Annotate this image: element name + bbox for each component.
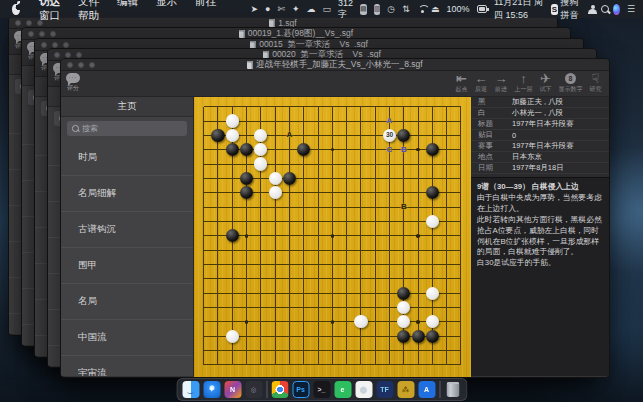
board-cell[interactable] [382, 343, 396, 357]
dock-app-store-icon[interactable]: A [418, 381, 435, 398]
board-cell[interactable] [425, 329, 439, 343]
board-cell[interactable] [311, 358, 325, 372]
board-cell[interactable] [325, 343, 339, 357]
close-button[interactable] [15, 20, 21, 26]
board-cell[interactable] [311, 143, 325, 157]
board-cell[interactable] [397, 157, 411, 171]
commentary-panel[interactable]: 9谱（30—39） 白棋侵入上边由于白棋中央成为厚势，当然要考虑在上边打入。此时… [471, 177, 609, 376]
board-cell[interactable] [311, 343, 325, 357]
board-cell[interactable] [311, 171, 325, 185]
board-cell[interactable] [211, 315, 225, 329]
board-cell[interactable] [311, 272, 325, 286]
board-cell[interactable] [368, 100, 382, 114]
cloud-icon[interactable]: ☁ [306, 5, 315, 14]
board-cell[interactable] [440, 171, 454, 185]
board-cell[interactable] [297, 157, 311, 171]
board-cell[interactable] [254, 300, 268, 314]
board-cell[interactable] [440, 229, 454, 243]
board-cell[interactable] [440, 214, 454, 228]
board-cell[interactable] [425, 100, 439, 114]
board-cell[interactable] [297, 143, 311, 157]
board-cell[interactable] [454, 171, 468, 185]
board-cell[interactable] [325, 229, 339, 243]
board-cell[interactable] [397, 128, 411, 142]
board-cell[interactable]: C [382, 143, 396, 157]
minimize-button[interactable] [52, 42, 58, 48]
board-cell[interactable] [397, 343, 411, 357]
board-cell[interactable] [397, 272, 411, 286]
dock-safari-icon[interactable]: ✦ [203, 381, 220, 398]
board-cell[interactable] [254, 200, 268, 214]
board-cell[interactable] [397, 214, 411, 228]
board-cell[interactable] [297, 200, 311, 214]
board-cell[interactable] [282, 157, 296, 171]
board-cell[interactable] [339, 343, 353, 357]
zoom-button[interactable] [89, 62, 95, 68]
minimize-button[interactable] [39, 31, 45, 37]
board-cell[interactable] [197, 100, 211, 114]
board-cell[interactable] [268, 315, 282, 329]
board-cell[interactable] [225, 186, 239, 200]
board-cell[interactable] [225, 229, 239, 243]
board-cell[interactable] [254, 171, 268, 185]
board-cell[interactable] [440, 157, 454, 171]
board-cell[interactable] [382, 358, 396, 372]
board-cell[interactable] [268, 100, 282, 114]
board-cell[interactable] [311, 229, 325, 243]
board-cell[interactable] [397, 186, 411, 200]
board-cell[interactable] [297, 229, 311, 243]
board-cell[interactable] [254, 229, 268, 243]
board-cell[interactable] [425, 157, 439, 171]
board-cell[interactable] [397, 171, 411, 185]
board-cell[interactable] [197, 229, 211, 243]
board-cell[interactable] [411, 114, 425, 128]
board-cell[interactable] [339, 243, 353, 257]
board-cell[interactable] [268, 128, 282, 142]
board-cell[interactable] [354, 257, 368, 271]
board-cell[interactable]: B [397, 200, 411, 214]
board-cell[interactable] [297, 114, 311, 128]
board-cell[interactable] [411, 186, 425, 200]
board-cell[interactable] [211, 186, 225, 200]
board-cell[interactable] [339, 315, 353, 329]
dock-terminal-icon[interactable]: >_ [313, 381, 330, 398]
board-cell[interactable] [425, 186, 439, 200]
board-cell[interactable] [368, 157, 382, 171]
board-cell[interactable] [440, 100, 454, 114]
board-cell[interactable] [225, 100, 239, 114]
board-cell[interactable] [311, 157, 325, 171]
board-cell[interactable] [197, 300, 211, 314]
board-cell[interactable] [354, 200, 368, 214]
board-cell[interactable] [282, 143, 296, 157]
board-cell[interactable] [368, 315, 382, 329]
board-cell[interactable] [268, 157, 282, 171]
board-cell[interactable] [354, 114, 368, 128]
board-cell[interactable] [454, 128, 468, 142]
board-cell[interactable] [397, 243, 411, 257]
board-cell[interactable] [411, 343, 425, 357]
board-cell[interactable] [354, 229, 368, 243]
scissors-icon[interactable]: ✄ [277, 5, 285, 14]
board-cell[interactable] [282, 100, 296, 114]
board-cell[interactable] [268, 358, 282, 372]
board-cell[interactable] [440, 114, 454, 128]
board-cell[interactable] [325, 157, 339, 171]
board-cell[interactable] [382, 200, 396, 214]
board-cell[interactable] [239, 128, 253, 142]
dock-navicat-icon[interactable]: N [224, 381, 241, 398]
board-cell[interactable] [325, 100, 339, 114]
board-cell[interactable] [440, 272, 454, 286]
board-cell[interactable] [311, 128, 325, 142]
board-cell[interactable] [211, 143, 225, 157]
board-cell[interactable] [354, 214, 368, 228]
board-cell[interactable] [325, 114, 339, 128]
board-cell[interactable] [411, 171, 425, 185]
board-cell[interactable] [454, 358, 468, 372]
dock-evernote-icon[interactable]: e [334, 381, 351, 398]
board-cell[interactable] [197, 186, 211, 200]
board-cell[interactable] [311, 114, 325, 128]
board-cell[interactable] [268, 186, 282, 200]
dock-trash-icon[interactable] [444, 381, 461, 398]
board-cell[interactable] [411, 257, 425, 271]
board-cell[interactable] [239, 214, 253, 228]
board-cell[interactable]: A [282, 128, 296, 142]
board-cell[interactable] [325, 143, 339, 157]
board-cell[interactable] [268, 171, 282, 185]
nav-起点[interactable]: ⇤ 起点 [452, 71, 471, 94]
board-cell[interactable] [282, 257, 296, 271]
board-cell[interactable] [339, 186, 353, 200]
board-cell[interactable] [297, 257, 311, 271]
board-cell[interactable] [425, 143, 439, 157]
board-cell[interactable] [211, 214, 225, 228]
dock-share-app-icon[interactable]: ⁂ [397, 381, 414, 398]
board-cell[interactable] [354, 343, 368, 357]
board-cell[interactable] [354, 171, 368, 185]
board-cell[interactable] [425, 229, 439, 243]
board-cell[interactable] [325, 272, 339, 286]
dot-icon[interactable]: ● [265, 5, 270, 14]
board-cell[interactable] [397, 315, 411, 329]
board-cell[interactable] [339, 272, 353, 286]
board-cell[interactable] [268, 243, 282, 257]
board-cell[interactable] [211, 243, 225, 257]
nav-前进[interactable]: → 前进 [491, 71, 511, 94]
board-cell[interactable] [425, 272, 439, 286]
board-cell[interactable] [440, 300, 454, 314]
zoom-button[interactable] [50, 31, 56, 37]
board-cell[interactable] [411, 200, 425, 214]
board-cell[interactable] [425, 257, 439, 271]
board-cell[interactable] [382, 329, 396, 343]
board-cell[interactable] [382, 272, 396, 286]
board-cell[interactable] [225, 315, 239, 329]
sidebar-item[interactable]: 宇宙流 [61, 356, 193, 376]
board-cell[interactable] [211, 171, 225, 185]
board-cell[interactable] [339, 329, 353, 343]
board-cell[interactable] [339, 358, 353, 372]
board-cell[interactable] [454, 243, 468, 257]
board-cell[interactable] [440, 315, 454, 329]
board-cell[interactable] [425, 300, 439, 314]
title-bar[interactable]: 迎战年轻棋手_加藤正夫_Vs_小林光一_8.sgf [61, 59, 609, 71]
sidebar-item[interactable]: 时局 [61, 140, 193, 176]
board-cell[interactable] [425, 358, 439, 372]
board-cell[interactable] [354, 186, 368, 200]
board-cell[interactable] [368, 257, 382, 271]
board-cell[interactable] [325, 186, 339, 200]
board-cell[interactable] [297, 186, 311, 200]
board-cell[interactable] [254, 186, 268, 200]
board-cell[interactable] [339, 257, 353, 271]
board-cell[interactable] [211, 257, 225, 271]
board-cell[interactable] [411, 229, 425, 243]
board-cell[interactable] [325, 300, 339, 314]
board-cell[interactable] [311, 329, 325, 343]
board-cell[interactable] [440, 286, 454, 300]
board-cell[interactable] [211, 272, 225, 286]
board-cell[interactable] [354, 315, 368, 329]
board-cell[interactable] [254, 143, 268, 157]
zoom-button[interactable] [76, 52, 82, 58]
board-cell[interactable] [268, 343, 282, 357]
board-cell[interactable] [225, 343, 239, 357]
board-cell[interactable] [382, 300, 396, 314]
input-method-menu[interactable]: S 搜狗拼音 [551, 0, 581, 22]
board-cell[interactable] [297, 100, 311, 114]
board-cell[interactable] [282, 114, 296, 128]
board-cell[interactable] [368, 343, 382, 357]
board-cell[interactable] [440, 128, 454, 142]
word-count[interactable]: 312字 [338, 0, 353, 21]
board-cell[interactable] [197, 157, 211, 171]
board-cell[interactable] [325, 257, 339, 271]
board-cell[interactable] [382, 100, 396, 114]
board-cell[interactable] [440, 257, 454, 271]
board-cell[interactable] [339, 171, 353, 185]
spotlight-search-icon[interactable] [601, 5, 606, 14]
nav-后退[interactable]: ← 后退 [471, 71, 491, 94]
board-cell[interactable] [225, 128, 239, 142]
board-cell[interactable] [311, 200, 325, 214]
board-cell[interactable]: 30 [382, 128, 396, 142]
board-cell[interactable] [354, 143, 368, 157]
minimize-button[interactable] [78, 62, 84, 68]
board-cell[interactable] [411, 329, 425, 343]
nav-研究[interactable]: ☟ 研究 [586, 71, 605, 94]
board-cell[interactable] [368, 186, 382, 200]
board-cell[interactable] [297, 358, 311, 372]
board-cell[interactable] [411, 143, 425, 157]
sidebar-item[interactable]: 中国流 [61, 320, 193, 356]
board-cell[interactable] [239, 186, 253, 200]
board-cell[interactable] [382, 229, 396, 243]
board-cell[interactable] [339, 229, 353, 243]
board-cell[interactable] [297, 272, 311, 286]
board-cell[interactable] [225, 200, 239, 214]
board-cell[interactable] [454, 229, 468, 243]
board-cell[interactable] [339, 157, 353, 171]
board-cell[interactable] [411, 286, 425, 300]
menu-item-帮助[interactable]: 帮助 [69, 9, 108, 21]
board-cell[interactable] [454, 100, 468, 114]
board-cell[interactable] [368, 286, 382, 300]
board-cell[interactable] [239, 114, 253, 128]
board-cell[interactable] [454, 315, 468, 329]
board-cell[interactable] [382, 315, 396, 329]
board-cell[interactable] [382, 171, 396, 185]
front-window[interactable]: 迎战年轻棋手_加藤正夫_Vs_小林光一_8.sgf ··· 评分 ⇤ 起点← 后… [60, 58, 610, 378]
board-cell[interactable] [354, 128, 368, 142]
board-cell[interactable] [197, 286, 211, 300]
board-cell[interactable] [397, 257, 411, 271]
board-cell[interactable] [425, 243, 439, 257]
board-cell[interactable] [325, 200, 339, 214]
board-cell[interactable] [225, 257, 239, 271]
board-cell[interactable] [339, 200, 353, 214]
close-button[interactable] [28, 31, 34, 37]
board-cell[interactable] [339, 286, 353, 300]
board-cell[interactable] [254, 114, 268, 128]
app-glyph-icon[interactable]: ✦ [292, 5, 300, 14]
board-cell[interactable] [368, 200, 382, 214]
sidebar-item[interactable]: 古谱钩沉 [61, 212, 193, 248]
notification-center-icon[interactable]: ☰ [627, 5, 635, 14]
board-cell[interactable] [440, 329, 454, 343]
board-cell[interactable] [197, 243, 211, 257]
battery-icon[interactable] [477, 5, 487, 13]
board-cell[interactable] [397, 100, 411, 114]
board-cell[interactable] [211, 358, 225, 372]
board-cell[interactable] [368, 229, 382, 243]
board-cell[interactable] [339, 300, 353, 314]
board-cell[interactable] [311, 286, 325, 300]
board-cell[interactable] [239, 329, 253, 343]
board-cell[interactable] [411, 157, 425, 171]
dock-photoshop-icon[interactable]: Ps [292, 381, 309, 398]
board-cell[interactable] [311, 300, 325, 314]
board-cell[interactable] [197, 315, 211, 329]
board-cell[interactable] [368, 143, 382, 157]
board-cell[interactable] [325, 329, 339, 343]
board-cell[interactable] [211, 128, 225, 142]
board-cell[interactable] [297, 329, 311, 343]
board-cell[interactable] [297, 286, 311, 300]
board-cell[interactable] [211, 229, 225, 243]
board-cell[interactable] [411, 315, 425, 329]
board-cell[interactable] [425, 343, 439, 357]
board-cell[interactable] [268, 300, 282, 314]
zoom-button[interactable] [63, 42, 69, 48]
board-cell[interactable] [225, 300, 239, 314]
board-cell[interactable] [454, 214, 468, 228]
board-cell[interactable] [254, 315, 268, 329]
status-badge-2[interactable]: ▥ [374, 4, 381, 15]
board-cell[interactable] [339, 114, 353, 128]
board-cell[interactable] [297, 343, 311, 357]
board-cell[interactable] [411, 214, 425, 228]
board-cell[interactable] [397, 300, 411, 314]
board-cell[interactable] [339, 143, 353, 157]
board-cell[interactable] [282, 229, 296, 243]
board-cell[interactable] [368, 243, 382, 257]
board-cell[interactable] [211, 100, 225, 114]
board-cell[interactable] [397, 114, 411, 128]
board-cell[interactable] [411, 100, 425, 114]
board-cell[interactable]: B [397, 143, 411, 157]
menu-item-前往[interactable]: 前往 [186, 0, 225, 7]
board-cell[interactable] [282, 300, 296, 314]
board-cell[interactable] [297, 315, 311, 329]
board-cell[interactable] [197, 343, 211, 357]
board-cell[interactable] [239, 272, 253, 286]
board-cell[interactable] [440, 358, 454, 372]
board-cell[interactable] [297, 171, 311, 185]
board-cell[interactable] [297, 214, 311, 228]
board-cell[interactable] [197, 272, 211, 286]
board-cell[interactable] [254, 100, 268, 114]
status-badge-1[interactable]: ▤ [360, 4, 367, 15]
board-cell[interactable] [325, 286, 339, 300]
clock-icon[interactable]: ◷ [387, 5, 395, 14]
board-cell[interactable] [282, 315, 296, 329]
board-cell[interactable] [454, 343, 468, 357]
board-cell[interactable] [225, 329, 239, 343]
board-cell[interactable] [311, 315, 325, 329]
board-cell[interactable] [239, 343, 253, 357]
board-cell[interactable] [197, 358, 211, 372]
board-cell[interactable] [440, 343, 454, 357]
board-cell[interactable] [325, 243, 339, 257]
board-cell[interactable] [354, 100, 368, 114]
board-cell[interactable] [225, 243, 239, 257]
board-cell[interactable] [454, 257, 468, 271]
menu-item-编辑[interactable]: 编辑 [108, 0, 147, 7]
board-cell[interactable] [268, 286, 282, 300]
board-cell[interactable] [454, 286, 468, 300]
board-cell[interactable] [311, 214, 325, 228]
board-cell[interactable] [397, 329, 411, 343]
board-cell[interactable] [239, 243, 253, 257]
board-cell[interactable] [239, 257, 253, 271]
dock-finder-icon[interactable]: ‿ [182, 381, 199, 398]
wifi-icon[interactable] [417, 5, 424, 14]
menu-item-文件[interactable]: 文件 [69, 0, 108, 7]
board-cell[interactable] [382, 257, 396, 271]
board-cell[interactable] [325, 315, 339, 329]
board-cell[interactable] [297, 128, 311, 142]
board-cell[interactable] [297, 243, 311, 257]
board-cell[interactable] [425, 214, 439, 228]
board-cell[interactable] [197, 128, 211, 142]
board-cell[interactable] [254, 214, 268, 228]
board-cell[interactable] [425, 171, 439, 185]
board-cell[interactable] [225, 114, 239, 128]
board-cell[interactable] [254, 243, 268, 257]
board-cell[interactable] [239, 200, 253, 214]
board-cell[interactable] [368, 128, 382, 142]
board-cell[interactable] [411, 272, 425, 286]
board-cell[interactable] [254, 257, 268, 271]
close-button[interactable] [54, 52, 60, 58]
board-cell[interactable] [268, 143, 282, 157]
board-cell[interactable] [368, 214, 382, 228]
eject-icon[interactable]: ⏏ [431, 5, 440, 14]
